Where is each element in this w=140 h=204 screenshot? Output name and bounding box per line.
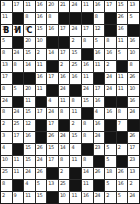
cell-number: 8 [2,180,5,186]
cell-number: 5 [106,180,109,186]
cell-number: 11 [25,192,30,198]
cell[interactable]: 16 [59,73,70,84]
cell-number: 11 [71,192,76,198]
cell[interactable]: 17 [1,73,12,84]
cell[interactable]: 8 [59,156,70,167]
cell[interactable]: 10 [36,37,47,48]
cell[interactable]: 2 [105,61,116,72]
cell[interactable]: 8 [128,61,139,72]
cell[interactable]: 8 [1,180,12,191]
cell[interactable]: 11 [117,37,128,48]
cell-number: 17 [60,49,65,55]
cell[interactable]: 24 [82,85,93,96]
cell-number: 8 [83,132,86,138]
cell[interactable]: 16В [1,25,12,36]
cell-number: 2 [37,49,40,55]
cell-number: 8 [25,13,28,19]
cell[interactable]: 4 [94,108,105,119]
cell-number: 24 [60,85,65,91]
black-cell [82,13,93,24]
cell[interactable]: 16 [24,132,35,143]
black-cell [13,13,24,24]
cell[interactable]: 24 [105,73,116,84]
cell[interactable]: 24 [1,97,12,108]
cell[interactable]: 2 [59,168,70,179]
cell-number: 24 [71,1,76,7]
black-cell [13,37,24,48]
cell-number: 8 [83,120,86,126]
cell-number: 5 [106,156,109,162]
cell[interactable]: 15 [47,144,58,155]
cell-number: 10 [60,192,65,198]
cell-number: 16 [129,97,134,103]
cell-number: 26 [118,168,123,174]
cell[interactable]: 5 [1,37,12,48]
black-cell [105,132,116,143]
cell[interactable]: 26 [36,168,47,179]
cell-number: 16 [25,132,30,138]
cell[interactable]: 4 [70,144,81,155]
cell[interactable]: 17 [36,108,47,119]
cell[interactable]: 5 [105,180,116,191]
cell[interactable]: 17 [13,1,24,12]
cell[interactable]: 24 [13,49,24,60]
cell-number: 24 [14,49,19,55]
cell[interactable]: 17 [13,132,24,143]
cell[interactable]: 2 [59,61,70,72]
cell-number: 8 [2,108,5,114]
cell-number: 14 [25,61,30,67]
cell[interactable]: 23 [94,144,105,155]
cell-number: 25 [2,168,7,174]
cell[interactable]: 17 [59,49,70,60]
cell[interactable]: 24 [24,168,35,179]
cell-number: 17 [48,73,53,79]
cell-number: 4 [25,180,28,186]
cell-number: 5 [2,37,5,43]
cell-number: 3 [2,1,5,7]
cell-number: 16 [95,120,100,126]
cell[interactable]: 17 [47,156,58,167]
black-cell [47,85,58,96]
black-cell [70,13,81,24]
cell[interactable]: 8 [82,120,93,131]
cell-number: 24 [25,168,30,174]
cell[interactable]: 8 [13,61,24,72]
black-cell [117,156,128,167]
cell-number: 16 [118,25,123,31]
cell[interactable]: 11 [13,168,24,179]
black-cell [105,13,116,24]
cell[interactable]: 5 [117,49,128,60]
cell[interactable]: 11 [24,1,35,12]
black-cell [47,168,58,179]
cell[interactable]: 16 [82,192,93,203]
cell[interactable]: 2 [105,192,116,203]
cell[interactable]: 8 [1,108,12,119]
cell[interactable]: 24 [105,85,116,96]
cell[interactable]: 16 [70,73,81,84]
cell[interactable]: 8 [117,108,128,119]
cell-number: 24 [106,73,111,79]
cell[interactable]: 21 [59,1,70,12]
cell[interactable]: 13 [1,61,12,72]
cell[interactable]: 10 [59,192,70,203]
cell[interactable]: 24 [94,192,105,203]
cell[interactable]: 15 [70,49,81,60]
cell[interactable]: 24 [36,156,47,167]
cell[interactable]: 8С [24,25,35,36]
cell[interactable]: 17 [47,73,58,84]
cell[interactable]: 16 [82,61,93,72]
cell-number: 15 [25,156,30,162]
cell-number: 3 [2,132,5,138]
cell[interactable]: 7 [117,120,128,131]
cell[interactable]: 5 [36,180,47,191]
cell[interactable]: 15 [24,108,35,119]
cell[interactable]: 26 [128,132,139,143]
cell[interactable]: 15 [24,144,35,155]
cell-number: 11 [118,85,123,91]
cell-number: 17 [48,156,53,162]
cell-number: 17 [95,85,100,91]
cell-number: 8 [71,97,74,103]
black-cell [13,97,24,108]
cell-number: 4 [2,144,5,150]
cell[interactable]: 15 [24,156,35,167]
black-cell [13,144,24,155]
cell[interactable]: 4 [1,144,12,155]
cell[interactable]: 16 [36,13,47,24]
cell[interactable]: 8 [24,13,35,24]
cell[interactable]: 16 [128,37,139,48]
cell[interactable]: 16 [117,180,128,191]
cell-number: 11 [14,156,19,162]
cell[interactable]: 26 [117,168,128,179]
cell-number: 10 [129,49,134,55]
cell[interactable]: 16 [36,73,47,84]
cell[interactable]: 26 [94,168,105,179]
cell-number: 17 [60,25,65,31]
cell-number: 10 [129,85,134,91]
cell[interactable]: 11 [117,85,128,96]
cell[interactable]: 11 [24,97,35,108]
cell[interactable]: 3 [1,132,12,143]
cell-number: 15 [25,144,30,150]
cell[interactable]: 16 [105,49,116,60]
cell-number: 5 [129,13,132,19]
cell-number: 8 [118,108,121,114]
cell-number: 11 [83,1,88,7]
cell-number: 24 [129,192,134,198]
cell-number: 20 [25,37,30,43]
cell[interactable]: 16 [117,25,128,36]
cell[interactable]: 2 [117,144,128,155]
black-cell [47,192,58,203]
cell[interactable]: 11 [36,85,47,96]
cell-number: 11 [25,97,30,103]
cell[interactable]: 4 [47,97,58,108]
cell[interactable]: 24 [59,85,70,96]
cell[interactable]: 5 [94,37,105,48]
black-cell [117,132,128,143]
cell[interactable]: 11 [82,180,93,191]
cell-number: 16 [106,108,111,114]
cell[interactable]: 26 [47,132,58,143]
cell[interactable]: 11 [94,61,105,72]
cell[interactable]: 11 [70,156,81,167]
cell[interactable]: 2 [36,49,47,60]
cell[interactable]: 3 [1,1,12,12]
cell[interactable]: 5 [105,144,116,155]
cell[interactable]: 24 [128,192,139,203]
cell-number: 13 [129,168,134,174]
black-cell [105,97,116,108]
cell-number: 12 [25,120,30,126]
cell-number: 2 [71,120,74,126]
cell[interactable]: 24 [13,108,24,119]
cell[interactable]: 17 [82,25,93,36]
cell[interactable]: 8 [59,108,70,119]
cell-number: 16 [83,61,88,67]
black-cell [117,97,128,108]
cell-number: 17 [48,120,53,126]
cell-number: 5 [118,192,121,198]
black-cell [94,156,105,167]
cell-number: 15 [37,25,42,31]
cell[interactable]: 10 [128,85,139,96]
cell[interactable]: 25 [59,180,70,191]
cell[interactable]: 15 [70,132,81,143]
cell[interactable]: 5 [105,156,116,167]
cell-number: 8 [48,13,51,19]
cell-number: 24 [129,108,134,114]
black-cell [70,85,81,96]
cell[interactable]: 10 [1,156,12,167]
black-cell [105,120,116,131]
cell-number: 5 [14,85,17,91]
cell[interactable]: 10 [128,49,139,60]
cell-number: 17 [106,1,111,7]
cell-letter: С [24,26,35,36]
cell[interactable]: 15 [36,192,47,203]
cell-number: 24 [83,85,88,91]
cell-number: 15 [48,144,53,150]
codeword-board: 31711162021241116171513118168826516В24И8… [0,0,140,204]
cell-number: 13 [129,1,134,7]
cell[interactable]: 14 [59,144,70,155]
cell[interactable]: 25 [70,61,81,72]
cell[interactable]: 16 [47,25,58,36]
cell-number: 11 [2,13,7,19]
black-cell [94,73,105,84]
cell[interactable]: 15 [36,25,47,36]
black-cell [13,180,24,191]
cell[interactable]: 24 [70,25,81,36]
cell[interactable]: 2 [70,37,81,48]
cell-number: 16 [95,97,100,103]
cell[interactable]: 5 [117,192,128,203]
black-cell [47,61,58,72]
cell[interactable]: 26 [117,13,128,24]
cell[interactable]: 11 [117,73,128,84]
cell-number: 11 [83,73,88,79]
cell[interactable]: 8 [94,13,105,24]
cell[interactable]: 11 [13,156,24,167]
cell-number: 16 [95,49,100,55]
cell-number: 13 [48,180,53,186]
cell-number: 8 [14,61,17,67]
cell[interactable]: 17 [59,25,70,36]
cell[interactable]: 15 [24,49,35,60]
cell-number: 14 [60,144,65,150]
cell[interactable]: 17 [105,1,116,12]
cell-number: 11 [118,73,123,79]
cell[interactable]: 13 [128,1,139,12]
cell[interactable]: 15 [82,97,93,108]
cell-number: 24 [48,108,53,114]
cell-number: 11 [60,97,65,103]
black-cell [36,120,47,131]
cell-number: 5 [118,49,121,55]
cell[interactable]: 16 [94,120,105,131]
cell[interactable]: 8 [1,85,12,96]
cell[interactable]: 17 [128,144,139,155]
cell-number: 16 [48,25,53,31]
cell[interactable]: 17 [47,120,58,131]
cell[interactable]: 4 [24,180,35,191]
cell-number: 8 [60,108,63,114]
cell-number: 7 [118,120,121,126]
cell[interactable]: 16 [94,1,105,12]
black-cell [36,97,47,108]
cell[interactable]: 23 [128,156,139,167]
cell[interactable]: 2 [70,120,81,131]
cell-number: 17 [129,144,134,150]
cell-number: 10 [2,156,7,162]
cell[interactable]: 24 [94,132,105,143]
cell[interactable]: 25 [1,168,12,179]
cell[interactable]: 12 [24,120,35,131]
cell[interactable]: 2 [1,192,12,203]
cell-number: 26 [95,168,100,174]
cell-number: 24 [71,25,76,31]
cell[interactable]: 13 [128,168,139,179]
cell-number: 15 [37,192,42,198]
cell-number: 16 [37,1,42,7]
cell-number: 16 [118,180,123,186]
cell[interactable]: 16 [94,49,105,60]
cell-number: 5 [95,37,98,43]
black-cell [24,73,35,84]
cell[interactable]: 11 [24,192,35,203]
cell[interactable]: 11 [36,61,47,72]
cell[interactable]: 16 [105,108,116,119]
cell[interactable]: 11 [70,108,81,119]
black-cell [82,108,93,119]
cell[interactable]: 11 [82,73,93,84]
cell[interactable]: 8 [82,132,93,143]
cell[interactable]: 8 [82,37,93,48]
cell[interactable]: 12 [94,25,105,36]
cell-number: 2 [71,37,74,43]
cell-number: 16 [71,73,76,79]
cell[interactable]: 14 [24,61,35,72]
cell[interactable]: 11 [59,97,70,108]
cell-number: 2 [60,61,63,67]
cell-number: 8 [95,13,98,19]
cell[interactable]: 24 [59,132,70,143]
cell[interactable]: 18 [105,168,116,179]
cell-number: 16 [37,13,42,19]
cell[interactable]: 24 [128,108,139,119]
cell[interactable]: 14 [82,168,93,179]
cell-number: 26 [129,73,134,79]
black-cell [105,25,116,36]
cell-number: 16 [37,73,42,79]
cell[interactable]: 2 [128,180,139,191]
cell[interactable]: 11 [82,1,93,12]
cell-number: 21 [60,1,65,7]
cell-number: 2 [106,61,109,67]
cell[interactable]: 5 [13,85,24,96]
cell[interactable]: 20 [24,85,35,96]
cell-number: 17 [14,132,19,138]
cell[interactable]: 8 [1,49,12,60]
cell[interactable]: 8 [105,37,116,48]
cell-number: 2 [60,168,63,174]
cell[interactable]: 15 [117,1,128,12]
cell-number: 26 [118,13,123,19]
cell[interactable]: 16 [94,97,105,108]
cell[interactable]: 24 [70,1,81,12]
cell-number: 5 [106,144,109,150]
cell-number: 15 [25,49,30,55]
cell[interactable]: 11 [70,192,81,203]
cell[interactable]: 8 [47,13,58,24]
codeword-puzzle: 31711162021241116171513118168826516В24И8… [0,0,140,204]
cell[interactable]: 20 [47,1,58,12]
cell[interactable]: 17 [94,85,105,96]
cell[interactable]: 20 [24,37,35,48]
cell[interactable]: 26 [128,73,139,84]
cell[interactable]: 11 [1,13,12,24]
cell[interactable]: 14 [47,49,58,60]
cell[interactable]: 8 [82,156,93,167]
cell-number: 14 [48,49,53,55]
cell-number: 4 [71,144,74,150]
black-cell [70,180,81,191]
black-cell [128,25,139,36]
cell-number: 17 [14,1,19,7]
cell[interactable]: 24 [47,108,58,119]
cell-number: 8 [106,37,109,43]
cell[interactable]: 9 [13,192,24,203]
cell[interactable]: 2 [1,120,12,131]
cell-number: 16 [60,73,65,79]
cell[interactable]: 25 [13,120,24,131]
cell[interactable]: 16 [36,1,47,12]
cell[interactable]: 8 [70,97,81,108]
cell-number: 11 [37,85,42,91]
cell-number: 25 [71,61,76,67]
cell[interactable]: 13 [47,180,58,191]
cell[interactable]: 26 [36,144,47,155]
cell[interactable]: 16 [128,97,139,108]
cell[interactable]: 24И [13,25,24,36]
cell-number: 5 [37,180,40,186]
cell[interactable]: 5 [128,13,139,24]
